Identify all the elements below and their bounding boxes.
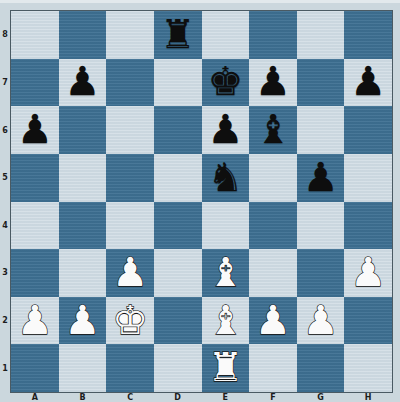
square-f1[interactable]: [249, 344, 297, 392]
piece-black-pawn[interactable]: ♟: [303, 157, 339, 197]
piece-black-king[interactable]: ♚: [207, 61, 243, 101]
file-label-f: F: [249, 392, 297, 402]
square-e6[interactable]: ♟: [202, 106, 250, 154]
square-e8[interactable]: [202, 11, 250, 59]
square-g8[interactable]: [297, 11, 345, 59]
square-a3[interactable]: [11, 249, 59, 297]
square-c7[interactable]: [106, 59, 154, 107]
piece-white-pawn[interactable]: ♟: [65, 300, 101, 340]
piece-white-pawn[interactable]: ♟: [350, 252, 386, 292]
square-d8[interactable]: ♜: [154, 11, 202, 59]
piece-black-knight[interactable]: ♞: [207, 157, 243, 197]
square-d3[interactable]: [154, 249, 202, 297]
square-e3[interactable]: ♝: [202, 249, 250, 297]
square-h6[interactable]: [344, 106, 392, 154]
file-label-h: H: [344, 392, 392, 402]
square-c4[interactable]: [106, 202, 154, 250]
square-h7[interactable]: ♟: [344, 59, 392, 107]
square-d5[interactable]: [154, 154, 202, 202]
square-a6[interactable]: ♟: [11, 106, 59, 154]
square-d2[interactable]: [154, 297, 202, 345]
chess-diagram: 87654321 ♜♟♚♟♟♟♟♝♞♟♟♝♟♟♟♚♝♟♟♜ ABCDEFGH: [0, 0, 400, 402]
rank-label-3: 3: [0, 249, 10, 297]
square-b7[interactable]: ♟: [59, 59, 107, 107]
rank-labels: 87654321: [0, 11, 10, 392]
square-h5[interactable]: [344, 154, 392, 202]
piece-white-bishop[interactable]: ♝: [207, 300, 243, 340]
piece-white-rook[interactable]: ♜: [207, 347, 243, 387]
piece-white-bishop[interactable]: ♝: [207, 252, 243, 292]
rank-label-7: 7: [0, 59, 10, 107]
square-g6[interactable]: [297, 106, 345, 154]
square-c1[interactable]: [106, 344, 154, 392]
square-c8[interactable]: [106, 11, 154, 59]
rank-label-4: 4: [0, 202, 10, 250]
square-f3[interactable]: [249, 249, 297, 297]
piece-black-pawn[interactable]: ♟: [350, 61, 386, 101]
square-b5[interactable]: [59, 154, 107, 202]
square-e7[interactable]: ♚: [202, 59, 250, 107]
file-label-a: A: [11, 392, 59, 402]
square-h3[interactable]: ♟: [344, 249, 392, 297]
square-b6[interactable]: [59, 106, 107, 154]
square-f5[interactable]: [249, 154, 297, 202]
square-a1[interactable]: [11, 344, 59, 392]
square-f2[interactable]: ♟: [249, 297, 297, 345]
piece-white-pawn[interactable]: ♟: [255, 300, 291, 340]
square-e4[interactable]: [202, 202, 250, 250]
rank-label-5: 5: [0, 154, 10, 202]
square-c6[interactable]: [106, 106, 154, 154]
square-b8[interactable]: [59, 11, 107, 59]
file-labels: ABCDEFGH: [11, 392, 392, 402]
piece-black-pawn[interactable]: ♟: [255, 61, 291, 101]
rank-label-2: 2: [0, 297, 10, 345]
square-a8[interactable]: [11, 11, 59, 59]
square-a5[interactable]: [11, 154, 59, 202]
piece-black-pawn[interactable]: ♟: [65, 61, 101, 101]
square-f7[interactable]: ♟: [249, 59, 297, 107]
chess-board: ♜♟♚♟♟♟♟♝♞♟♟♝♟♟♟♚♝♟♟♜: [10, 10, 393, 393]
square-a2[interactable]: ♟: [11, 297, 59, 345]
rank-label-6: 6: [0, 106, 10, 154]
piece-black-bishop[interactable]: ♝: [255, 109, 291, 149]
square-e1[interactable]: ♜: [202, 344, 250, 392]
square-d4[interactable]: [154, 202, 202, 250]
file-label-g: G: [297, 392, 345, 402]
square-h1[interactable]: [344, 344, 392, 392]
square-g2[interactable]: ♟: [297, 297, 345, 345]
square-h8[interactable]: [344, 11, 392, 59]
square-d6[interactable]: [154, 106, 202, 154]
square-b1[interactable]: [59, 344, 107, 392]
rank-label-8: 8: [0, 11, 10, 59]
square-e5[interactable]: ♞: [202, 154, 250, 202]
square-g4[interactable]: [297, 202, 345, 250]
piece-white-pawn[interactable]: ♟: [303, 300, 339, 340]
square-d1[interactable]: [154, 344, 202, 392]
file-label-c: C: [106, 392, 154, 402]
square-c2[interactable]: ♚: [106, 297, 154, 345]
file-label-e: E: [202, 392, 250, 402]
square-g5[interactable]: ♟: [297, 154, 345, 202]
piece-white-pawn[interactable]: ♟: [112, 252, 148, 292]
square-f6[interactable]: ♝: [249, 106, 297, 154]
square-b3[interactable]: [59, 249, 107, 297]
piece-white-king[interactable]: ♚: [112, 300, 148, 340]
square-h2[interactable]: [344, 297, 392, 345]
piece-black-rook[interactable]: ♜: [160, 14, 196, 54]
piece-white-pawn[interactable]: ♟: [17, 300, 53, 340]
square-d7[interactable]: [154, 59, 202, 107]
file-label-d: D: [154, 392, 202, 402]
square-c5[interactable]: [106, 154, 154, 202]
square-c3[interactable]: ♟: [106, 249, 154, 297]
piece-black-pawn[interactable]: ♟: [207, 109, 243, 149]
square-b4[interactable]: [59, 202, 107, 250]
piece-black-pawn[interactable]: ♟: [17, 109, 53, 149]
square-b2[interactable]: ♟: [59, 297, 107, 345]
square-a4[interactable]: [11, 202, 59, 250]
square-h4[interactable]: [344, 202, 392, 250]
square-f8[interactable]: [249, 11, 297, 59]
rank-label-1: 1: [0, 344, 10, 392]
square-g1[interactable]: [297, 344, 345, 392]
square-g7[interactable]: [297, 59, 345, 107]
file-label-b: B: [59, 392, 107, 402]
square-e2[interactable]: ♝: [202, 297, 250, 345]
square-f4[interactable]: [249, 202, 297, 250]
square-g3[interactable]: [297, 249, 345, 297]
square-a7[interactable]: [11, 59, 59, 107]
